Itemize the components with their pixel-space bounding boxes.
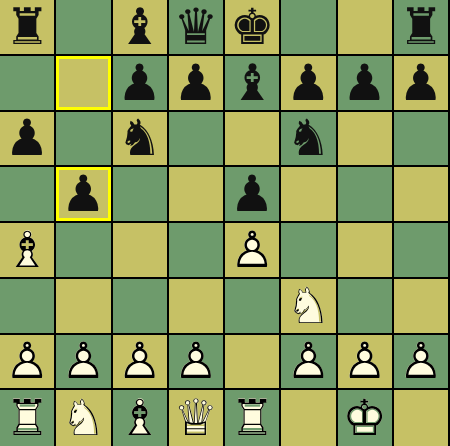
white-pawn-piece[interactable]: ♟♙ bbox=[56, 335, 110, 389]
white-pawn-piece[interactable]: ♟♙ bbox=[0, 335, 54, 389]
black-pawn-piece[interactable]: ♟ bbox=[0, 112, 54, 166]
white-knight-outline-glyph: ♘ bbox=[281, 279, 335, 333]
square-g5[interactable] bbox=[338, 167, 394, 223]
square-b2[interactable]: ♟♙ bbox=[56, 335, 112, 391]
square-h2[interactable]: ♟♙ bbox=[394, 335, 450, 391]
square-d1[interactable]: ♛♕ bbox=[169, 390, 225, 446]
black-rook-glyph: ♜ bbox=[0, 0, 54, 54]
white-pawn-piece[interactable]: ♟♙ bbox=[394, 335, 448, 389]
white-pawn-piece[interactable]: ♟♙ bbox=[113, 335, 167, 389]
white-pawn-outline-glyph: ♙ bbox=[56, 335, 110, 389]
square-f6[interactable]: ♞ bbox=[281, 112, 337, 168]
white-pawn-outline-glyph: ♙ bbox=[338, 335, 392, 389]
white-pawn-outline-glyph: ♙ bbox=[281, 335, 335, 389]
black-knight-glyph: ♞ bbox=[113, 112, 167, 166]
white-bishop-outline-glyph: ♗ bbox=[113, 390, 167, 446]
black-pawn-glyph: ♟ bbox=[56, 167, 110, 221]
square-f8[interactable] bbox=[281, 0, 337, 56]
square-d3[interactable] bbox=[169, 279, 225, 335]
square-a3[interactable] bbox=[0, 279, 56, 335]
square-h6[interactable] bbox=[394, 112, 450, 168]
black-bishop-glyph: ♝ bbox=[225, 56, 279, 110]
square-d6[interactable] bbox=[169, 112, 225, 168]
black-pawn-glyph: ♟ bbox=[394, 56, 448, 110]
square-b1[interactable]: ♞♘ bbox=[56, 390, 112, 446]
square-g7[interactable]: ♟ bbox=[338, 56, 394, 112]
square-a2[interactable]: ♟♙ bbox=[0, 335, 56, 391]
black-pawn-piece[interactable]: ♟ bbox=[281, 56, 335, 110]
square-e2[interactable] bbox=[225, 335, 281, 391]
black-pawn-glyph: ♟ bbox=[113, 56, 167, 110]
black-rook-piece[interactable]: ♜ bbox=[394, 0, 448, 54]
square-e6[interactable] bbox=[225, 112, 281, 168]
square-c7[interactable]: ♟ bbox=[113, 56, 169, 112]
black-queen-glyph: ♛ bbox=[169, 0, 223, 54]
white-rook-piece[interactable]: ♜♖ bbox=[225, 390, 279, 446]
white-pawn-piece[interactable]: ♟♙ bbox=[225, 223, 279, 277]
square-d2[interactable]: ♟♙ bbox=[169, 335, 225, 391]
chess-board: ♜♝♛♚♜♟♟♝♟♟♟♟♞♞♟♟♝♗♟♙♞♘♟♙♟♙♟♙♟♙♟♙♟♙♟♙♜♖♞♘… bbox=[0, 0, 450, 446]
square-e1[interactable]: ♜♖ bbox=[225, 390, 281, 446]
square-f3[interactable]: ♞♘ bbox=[281, 279, 337, 335]
black-pawn-piece[interactable]: ♟ bbox=[113, 56, 167, 110]
square-e8[interactable]: ♚ bbox=[225, 0, 281, 56]
square-b8[interactable] bbox=[56, 0, 112, 56]
square-c4[interactable] bbox=[113, 223, 169, 279]
white-queen-piece[interactable]: ♛♕ bbox=[169, 390, 223, 446]
white-pawn-outline-glyph: ♙ bbox=[113, 335, 167, 389]
white-queen-outline-glyph: ♕ bbox=[169, 390, 223, 446]
black-pawn-piece[interactable]: ♟ bbox=[338, 56, 392, 110]
square-d4[interactable] bbox=[169, 223, 225, 279]
black-knight-piece[interactable]: ♞ bbox=[281, 112, 335, 166]
square-g4[interactable] bbox=[338, 223, 394, 279]
square-g8[interactable] bbox=[338, 0, 394, 56]
black-king-piece[interactable]: ♚ bbox=[225, 0, 279, 54]
square-h7[interactable]: ♟ bbox=[394, 56, 450, 112]
white-king-outline-glyph: ♔ bbox=[338, 390, 392, 446]
black-knight-glyph: ♞ bbox=[281, 112, 335, 166]
square-e5[interactable]: ♟ bbox=[225, 167, 281, 223]
square-d8[interactable]: ♛ bbox=[169, 0, 225, 56]
square-b3[interactable] bbox=[56, 279, 112, 335]
square-c8[interactable]: ♝ bbox=[113, 0, 169, 56]
black-rook-glyph: ♜ bbox=[394, 0, 448, 54]
square-d5[interactable] bbox=[169, 167, 225, 223]
black-pawn-piece[interactable]: ♟ bbox=[56, 167, 110, 221]
square-g6[interactable] bbox=[338, 112, 394, 168]
black-pawn-glyph: ♟ bbox=[0, 112, 54, 166]
black-pawn-piece[interactable]: ♟ bbox=[225, 167, 279, 221]
white-rook-piece[interactable]: ♜♖ bbox=[0, 390, 54, 446]
black-queen-piece[interactable]: ♛ bbox=[169, 0, 223, 54]
square-f5[interactable] bbox=[281, 167, 337, 223]
white-bishop-outline-glyph: ♗ bbox=[0, 223, 54, 277]
black-bishop-piece[interactable]: ♝ bbox=[113, 0, 167, 54]
white-king-piece[interactable]: ♚♔ bbox=[338, 390, 392, 446]
square-e3[interactable] bbox=[225, 279, 281, 335]
black-bishop-glyph: ♝ bbox=[113, 0, 167, 54]
square-a6[interactable]: ♟ bbox=[0, 112, 56, 168]
square-f1[interactable] bbox=[281, 390, 337, 446]
square-e7[interactable]: ♝ bbox=[225, 56, 281, 112]
square-g2[interactable]: ♟♙ bbox=[338, 335, 394, 391]
square-e4[interactable]: ♟♙ bbox=[225, 223, 281, 279]
square-c5[interactable] bbox=[113, 167, 169, 223]
white-bishop-piece[interactable]: ♝♗ bbox=[113, 390, 167, 446]
white-pawn-outline-glyph: ♙ bbox=[0, 335, 54, 389]
square-g3[interactable] bbox=[338, 279, 394, 335]
square-h5[interactable] bbox=[394, 167, 450, 223]
square-g1[interactable]: ♚♔ bbox=[338, 390, 394, 446]
square-f4[interactable] bbox=[281, 223, 337, 279]
square-c1[interactable]: ♝♗ bbox=[113, 390, 169, 446]
black-rook-piece[interactable]: ♜ bbox=[0, 0, 54, 54]
black-pawn-piece[interactable]: ♟ bbox=[169, 56, 223, 110]
square-d7[interactable]: ♟ bbox=[169, 56, 225, 112]
square-f2[interactable]: ♟♙ bbox=[281, 335, 337, 391]
white-pawn-outline-glyph: ♙ bbox=[225, 223, 279, 277]
black-king-glyph: ♚ bbox=[225, 0, 279, 54]
square-h8[interactable]: ♜ bbox=[394, 0, 450, 56]
white-knight-piece[interactable]: ♞♘ bbox=[56, 390, 110, 446]
square-a8[interactable]: ♜ bbox=[0, 0, 56, 56]
black-pawn-glyph: ♟ bbox=[169, 56, 223, 110]
white-knight-piece[interactable]: ♞♘ bbox=[281, 279, 335, 333]
square-h3[interactable] bbox=[394, 279, 450, 335]
black-bishop-piece[interactable]: ♝ bbox=[225, 56, 279, 110]
square-c2[interactable]: ♟♙ bbox=[113, 335, 169, 391]
white-bishop-piece[interactable]: ♝♗ bbox=[0, 223, 54, 277]
square-c3[interactable] bbox=[113, 279, 169, 335]
square-h4[interactable] bbox=[394, 223, 450, 279]
white-pawn-piece[interactable]: ♟♙ bbox=[281, 335, 335, 389]
square-c6[interactable]: ♞ bbox=[113, 112, 169, 168]
square-b7[interactable] bbox=[56, 56, 112, 112]
square-f7[interactable]: ♟ bbox=[281, 56, 337, 112]
white-rook-outline-glyph: ♖ bbox=[225, 390, 279, 446]
square-h1[interactable] bbox=[394, 390, 450, 446]
white-pawn-piece[interactable]: ♟♙ bbox=[169, 335, 223, 389]
square-b6[interactable] bbox=[56, 112, 112, 168]
white-pawn-piece[interactable]: ♟♙ bbox=[338, 335, 392, 389]
black-pawn-piece[interactable]: ♟ bbox=[394, 56, 448, 110]
white-knight-outline-glyph: ♘ bbox=[56, 390, 110, 446]
black-pawn-glyph: ♟ bbox=[225, 167, 279, 221]
square-a4[interactable]: ♝♗ bbox=[0, 223, 56, 279]
black-pawn-glyph: ♟ bbox=[338, 56, 392, 110]
square-a7[interactable] bbox=[0, 56, 56, 112]
white-pawn-outline-glyph: ♙ bbox=[169, 335, 223, 389]
square-a1[interactable]: ♜♖ bbox=[0, 390, 56, 446]
square-b5[interactable]: ♟ bbox=[56, 167, 112, 223]
white-rook-outline-glyph: ♖ bbox=[0, 390, 54, 446]
square-b4[interactable] bbox=[56, 223, 112, 279]
black-pawn-glyph: ♟ bbox=[281, 56, 335, 110]
black-knight-piece[interactable]: ♞ bbox=[113, 112, 167, 166]
white-pawn-outline-glyph: ♙ bbox=[394, 335, 448, 389]
square-a5[interactable] bbox=[0, 167, 56, 223]
